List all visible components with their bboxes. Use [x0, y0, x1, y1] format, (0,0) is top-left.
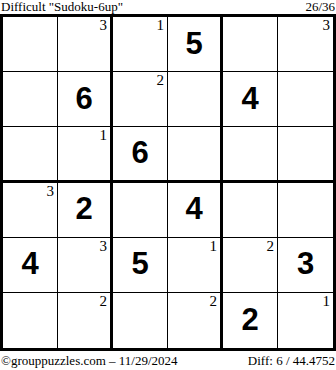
- cell-r6c6[interactable]: 1: [278, 293, 333, 348]
- cell-r3c3[interactable]: 6: [113, 127, 168, 182]
- cell-r2c2[interactable]: 6: [58, 72, 113, 127]
- cell-r5c3[interactable]: 5: [113, 238, 168, 293]
- given-digit: 4: [21, 248, 38, 279]
- puzzle-progress: 26/36: [305, 0, 335, 13]
- cell-r2c4[interactable]: [168, 72, 223, 127]
- given-digit: 3: [297, 248, 314, 279]
- footer: ©grouppuzzles.com – 11/29/2024 Diff: 6 /…: [0, 353, 336, 368]
- given-digit: 5: [131, 248, 148, 279]
- header: Difficult "Sudoku-6up" 26/36: [0, 0, 336, 14]
- given-digit: 6: [131, 137, 148, 168]
- pencil-mark: 3: [100, 17, 108, 33]
- sudoku-grid: 3153624163244351232221: [0, 14, 336, 351]
- pencil-mark: 2: [157, 72, 165, 88]
- cell-r1c4[interactable]: 5: [168, 17, 223, 72]
- cell-r4c6[interactable]: [278, 183, 333, 238]
- difficulty-rating: Diff: 6 / 44.4752: [248, 353, 335, 368]
- copyright-date: ©grouppuzzles.com – 11/29/2024: [1, 353, 178, 368]
- cell-r6c1[interactable]: [3, 293, 58, 348]
- given-digit: 5: [185, 28, 202, 59]
- cell-r3c2[interactable]: 1: [58, 127, 113, 182]
- cell-r2c1[interactable]: [3, 72, 58, 127]
- cell-r2c6[interactable]: [278, 72, 333, 127]
- cell-r6c2[interactable]: 2: [58, 293, 113, 348]
- cell-r2c5[interactable]: 4: [223, 72, 278, 127]
- pencil-mark: 2: [100, 293, 108, 309]
- cell-r4c1[interactable]: 3: [3, 183, 58, 238]
- cell-r3c1[interactable]: [3, 127, 58, 182]
- cell-r1c3[interactable]: 1: [113, 17, 168, 72]
- puzzle-page: Difficult "Sudoku-6up" 26/36 31536241632…: [0, 0, 336, 370]
- cell-r4c4[interactable]: 4: [168, 183, 223, 238]
- pencil-mark: 1: [100, 127, 108, 143]
- cell-r3c6[interactable]: [278, 127, 333, 182]
- cell-r2c3[interactable]: 2: [113, 72, 168, 127]
- cell-r6c5[interactable]: 2: [223, 293, 278, 348]
- cell-r1c5[interactable]: [223, 17, 278, 72]
- given-digit: 6: [75, 83, 92, 114]
- pencil-mark: 1: [323, 293, 331, 309]
- pencil-mark: 3: [47, 183, 55, 199]
- given-digit: 4: [185, 193, 202, 224]
- puzzle-title: Difficult "Sudoku-6up": [1, 0, 123, 13]
- cell-r4c3[interactable]: [113, 183, 168, 238]
- cell-r5c5[interactable]: 2: [223, 238, 278, 293]
- pencil-mark: 3: [323, 17, 331, 33]
- cell-r1c6[interactable]: 3: [278, 17, 333, 72]
- cell-r1c2[interactable]: 3: [58, 17, 113, 72]
- cell-r5c1[interactable]: 4: [3, 238, 58, 293]
- cell-r6c4[interactable]: 2: [168, 293, 223, 348]
- pencil-mark: 1: [210, 238, 218, 254]
- pencil-mark: 1: [157, 17, 165, 33]
- given-digit: 4: [241, 83, 258, 114]
- cell-r1c1[interactable]: [3, 17, 58, 72]
- cell-r3c4[interactable]: [168, 127, 223, 182]
- cell-r4c2[interactable]: 2: [58, 183, 113, 238]
- cell-r5c4[interactable]: 1: [168, 238, 223, 293]
- given-digit: 2: [75, 193, 92, 224]
- pencil-mark: 3: [100, 238, 108, 254]
- pencil-mark: 2: [267, 238, 275, 254]
- cell-r5c2[interactable]: 3: [58, 238, 113, 293]
- cell-r4c5[interactable]: [223, 183, 278, 238]
- cell-r6c3[interactable]: [113, 293, 168, 348]
- pencil-mark: 2: [210, 293, 218, 309]
- cell-r5c6[interactable]: 3: [278, 238, 333, 293]
- given-digit: 2: [241, 304, 258, 335]
- cell-r3c5[interactable]: [223, 127, 278, 182]
